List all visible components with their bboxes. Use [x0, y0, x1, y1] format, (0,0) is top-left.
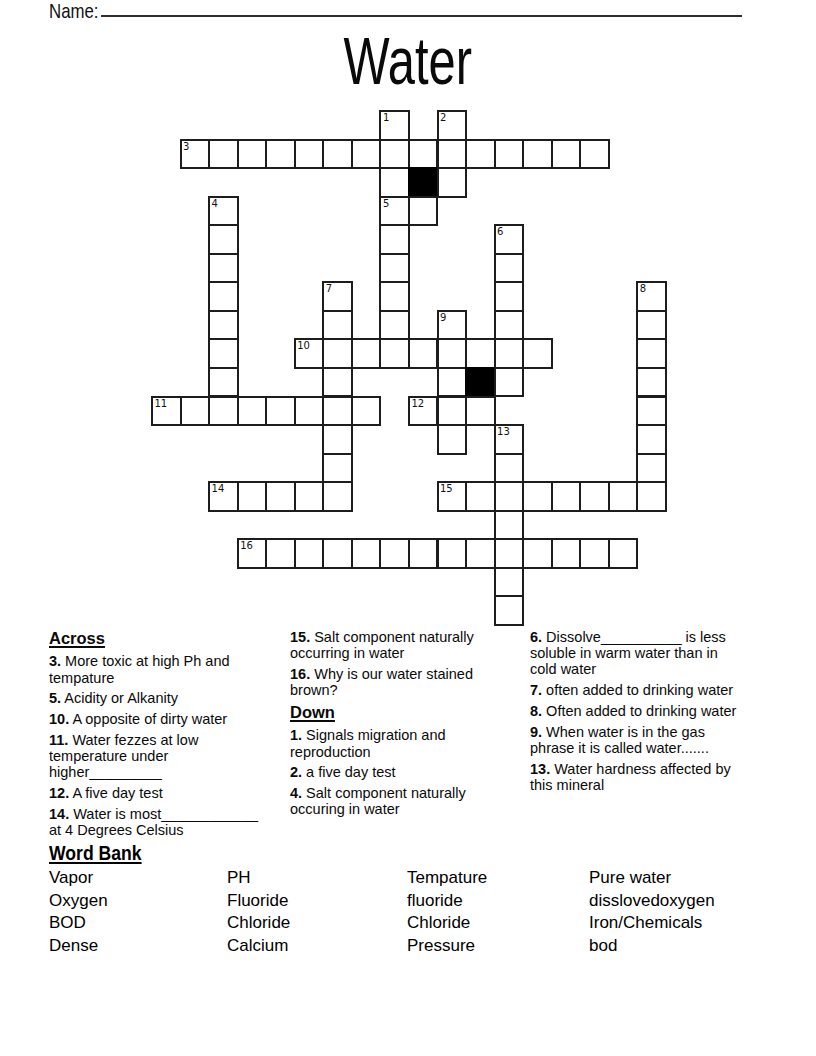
grid-cell[interactable] [494, 281, 525, 312]
clue-down-9: 9. When water is in the gas phrase it is… [530, 724, 737, 756]
grid-cell[interactable]: 16 [237, 538, 268, 569]
grid-cell[interactable]: 13 [494, 424, 525, 455]
grid-cell[interactable] [465, 338, 496, 369]
grid-cell[interactable] [551, 481, 582, 512]
grid-cell[interactable] [494, 538, 525, 569]
grid-cell[interactable]: 8 [636, 281, 667, 312]
grid-cell[interactable] [379, 338, 410, 369]
cell-number: 16 [240, 540, 253, 551]
clue-number: 10. [49, 711, 69, 727]
grid-cell[interactable] [408, 338, 439, 369]
grid-cell[interactable] [322, 338, 353, 369]
grid-cell[interactable]: 3 [180, 139, 211, 170]
grid-cell[interactable] [322, 453, 353, 484]
grid-cell[interactable] [379, 224, 410, 255]
grid-cell[interactable]: 5 [379, 196, 410, 227]
across-header: Across [49, 629, 270, 647]
grid-cell[interactable] [294, 139, 325, 170]
grid-cell[interactable] [522, 338, 553, 369]
grid-cell[interactable] [636, 310, 667, 341]
word-bank-header: Word Bank [49, 842, 142, 865]
grid-cell[interactable] [265, 481, 296, 512]
grid-cell[interactable] [408, 196, 439, 227]
grid-cell[interactable] [379, 310, 410, 341]
clue-down-1: 1. Signals migration and reproduction [290, 727, 508, 759]
clue-down-7: 7. often added to drinking water [530, 682, 737, 698]
grid-cell[interactable] [437, 338, 468, 369]
clue-number: 6. [530, 629, 542, 645]
grid-cell[interactable] [437, 167, 468, 198]
grid-cell[interactable] [322, 396, 353, 427]
cell-number: 6 [497, 226, 503, 237]
cell-number: 15 [440, 483, 453, 494]
cell-number: 5 [383, 198, 389, 209]
grid-cell[interactable] [180, 396, 211, 427]
grid-cell[interactable] [294, 396, 325, 427]
clue-down-2: 2. a five day test [290, 764, 508, 780]
grid-cell[interactable]: 9 [437, 310, 468, 341]
grid-cell[interactable] [494, 139, 525, 170]
cell-number: 9 [440, 312, 446, 323]
grid-cell[interactable] [208, 253, 239, 284]
clue-number: 11. [49, 732, 68, 748]
grid-cell[interactable] [408, 538, 439, 569]
grid-cell[interactable] [494, 567, 525, 598]
grid-cell[interactable] [379, 281, 410, 312]
grid-cell[interactable] [465, 396, 496, 427]
grid-cell[interactable] [636, 453, 667, 484]
clue-column-2: 15. Salt component naturally occurring i… [290, 629, 508, 822]
grid-cell[interactable] [408, 139, 439, 170]
grid-cell[interactable] [465, 481, 496, 512]
grid-cell[interactable]: 12 [408, 396, 439, 427]
clue-across-3: 3. More toxic at high Ph and tempature [49, 653, 270, 685]
cell-number: 1 [383, 112, 389, 123]
cell-number: 8 [640, 283, 646, 294]
grid-cell[interactable] [494, 510, 525, 541]
grid-cell[interactable] [522, 139, 553, 170]
grid-cell[interactable] [208, 367, 239, 398]
grid-cell[interactable]: 14 [208, 481, 239, 512]
grid-cell[interactable] [265, 139, 296, 170]
word-bank-word: Tempature [407, 867, 487, 890]
clue-number: 8. [530, 703, 542, 719]
clue-across-10: 10. A opposite of dirty water [49, 711, 270, 727]
cell-number: 11 [155, 398, 168, 409]
name-blank-line[interactable] [101, 0, 742, 17]
grid-cell[interactable] [379, 538, 410, 569]
clue-across-15: 15. Salt component naturally occurring i… [290, 629, 508, 661]
clue-down-4: 4. Salt component naturally occuring in … [290, 785, 508, 817]
grid-cell[interactable] [208, 281, 239, 312]
cell-number: 2 [440, 112, 446, 123]
word-bank-word: Chloride [407, 912, 487, 935]
word-bank-word: Chloride [227, 912, 290, 935]
clue-across-16: 16. Why is our water stained brown? [290, 666, 508, 698]
word-bank-column-1: VaporOxygenBODDense [49, 867, 108, 958]
grid-cell[interactable] [379, 167, 410, 198]
grid-cell[interactable] [636, 424, 667, 455]
clue-across-12: 12. A five day test [49, 785, 270, 801]
down-header: Down [290, 703, 508, 721]
grid-cell[interactable] [522, 538, 553, 569]
clue-number: 7. [530, 682, 542, 698]
grid-cell[interactable] [237, 481, 268, 512]
clue-number: 16. [290, 666, 310, 682]
grid-cell[interactable] [265, 396, 296, 427]
clue-down-6: 6. Dissolve__________ is less soluble in… [530, 629, 737, 678]
grid-cell[interactable] [636, 396, 667, 427]
crossword-grid: 12345678910111213141516 [151, 110, 671, 630]
word-bank-word: Pure water [589, 867, 715, 890]
clue-across-5: 5. Acidity or Alkanity [49, 690, 270, 706]
word-bank-column-2: PHFluorideChlorideCalcium [227, 867, 290, 958]
grid-cell[interactable] [608, 538, 639, 569]
grid-cell[interactable] [437, 367, 468, 398]
grid-cell[interactable] [437, 424, 468, 455]
grid-cell[interactable] [494, 367, 525, 398]
clue-number: 15. [290, 629, 310, 645]
grid-cell[interactable]: 10 [294, 338, 325, 369]
word-bank-column-3: TempaturefluorideChloridePressure [407, 867, 487, 958]
grid-cell[interactable]: 6 [494, 224, 525, 255]
clue-number: 3. [49, 653, 61, 669]
grid-cell[interactable] [208, 310, 239, 341]
word-bank-column-4: Pure waterdisslovedoxygenIron/Chemicalsb… [589, 867, 715, 958]
cell-number: 7 [326, 283, 332, 294]
word-bank-word: Iron/Chemicals [589, 912, 715, 935]
clue-down-13: 13. Water hardness affected by this mine… [530, 761, 737, 793]
word-bank-word: Fluoride [227, 890, 290, 913]
grid-cell[interactable] [636, 367, 667, 398]
clue-across-11: 11. Water fezzes at low temperature unde… [49, 732, 270, 781]
grid-cell[interactable] [522, 481, 553, 512]
grid-cell[interactable]: 2 [437, 110, 468, 141]
grid-cell[interactable] [437, 396, 468, 427]
grid-cell[interactable]: 15 [437, 481, 468, 512]
grid-cell[interactable] [208, 224, 239, 255]
grid-cell[interactable] [322, 538, 353, 569]
grid-cell[interactable] [265, 538, 296, 569]
word-bank-word: fluoride [407, 890, 487, 913]
clue-number: 1. [290, 727, 302, 743]
grid-cell[interactable] [551, 139, 582, 170]
grid-cell[interactable] [294, 538, 325, 569]
cell-number: 14 [212, 483, 225, 494]
grid-cell[interactable] [351, 538, 382, 569]
word-bank-word: Pressure [407, 935, 487, 958]
grid-cell-black [465, 367, 496, 398]
grid-cell[interactable] [437, 538, 468, 569]
grid-cell[interactable] [322, 481, 353, 512]
clue-number: 14. [49, 806, 69, 822]
name-label: Name: [49, 0, 98, 22]
grid-cell[interactable] [208, 396, 239, 427]
grid-cell[interactable]: 4 [208, 196, 239, 227]
cell-number: 12 [411, 398, 424, 409]
grid-cell[interactable] [379, 253, 410, 284]
grid-cell[interactable] [208, 139, 239, 170]
grid-cell[interactable] [351, 338, 382, 369]
clue-column-1: Across3. More toxic at high Ph and tempa… [49, 629, 270, 843]
clue-number: 5. [49, 690, 61, 706]
cell-number: 4 [212, 198, 218, 209]
clue-number: 9. [530, 724, 542, 740]
grid-cell[interactable] [322, 310, 353, 341]
grid-cell[interactable] [579, 481, 610, 512]
grid-cell[interactable] [379, 139, 410, 170]
grid-cell[interactable] [608, 481, 639, 512]
grid-cell[interactable] [494, 338, 525, 369]
clue-number: 2. [290, 764, 302, 780]
grid-cell[interactable] [322, 367, 353, 398]
grid-cell[interactable] [437, 139, 468, 170]
word-bank-word: Dense [49, 935, 108, 958]
grid-cell[interactable]: 11 [151, 396, 182, 427]
clue-down-8: 8. Often added to drinking water [530, 703, 737, 719]
cell-number: 3 [183, 141, 189, 152]
grid-cell[interactable]: 7 [322, 281, 353, 312]
word-bank-word: Calcium [227, 935, 290, 958]
grid-cell[interactable] [636, 481, 667, 512]
grid-cell[interactable] [494, 595, 525, 626]
word-bank-word: PH [227, 867, 290, 890]
grid-cell[interactable] [494, 481, 525, 512]
cell-number: 10 [297, 340, 310, 351]
clue-number: 12. [49, 785, 69, 801]
clue-column-3: 6. Dissolve__________ is less soluble in… [530, 629, 737, 798]
word-bank-word: disslovedoxygen [589, 890, 715, 913]
grid-cell[interactable] [237, 139, 268, 170]
grid-cell[interactable] [208, 338, 239, 369]
grid-cell[interactable] [465, 139, 496, 170]
grid-cell[interactable] [579, 139, 610, 170]
grid-cell[interactable]: 1 [379, 110, 410, 141]
grid-cell[interactable] [294, 481, 325, 512]
crossword-worksheet: Name: Water 12345678910111213141516 Acro… [0, 0, 816, 1056]
grid-cell[interactable] [494, 310, 525, 341]
grid-cell[interactable] [465, 538, 496, 569]
grid-cell[interactable] [551, 538, 582, 569]
grid-cell[interactable] [322, 139, 353, 170]
grid-cell[interactable] [494, 253, 525, 284]
grid-cell[interactable] [579, 538, 610, 569]
clue-number: 13. [530, 761, 550, 777]
grid-cell[interactable] [237, 396, 268, 427]
cell-number: 13 [497, 426, 510, 437]
clue-number: 4. [290, 785, 302, 801]
word-bank-word: Vapor [49, 867, 108, 890]
grid-cell-black [408, 167, 439, 198]
grid-cell[interactable] [351, 396, 382, 427]
word-bank-word: bod [589, 935, 715, 958]
grid-cell[interactable] [636, 338, 667, 369]
puzzle-title: Water [344, 28, 472, 94]
title-row: Water [0, 28, 816, 94]
clue-across-14: 14. Water is most____________ at 4 Degre… [49, 806, 270, 838]
grid-cell[interactable] [351, 139, 382, 170]
grid-cell[interactable] [322, 424, 353, 455]
word-bank-word: BOD [49, 912, 108, 935]
grid-cell[interactable] [494, 453, 525, 484]
word-bank-word: Oxygen [49, 890, 108, 913]
